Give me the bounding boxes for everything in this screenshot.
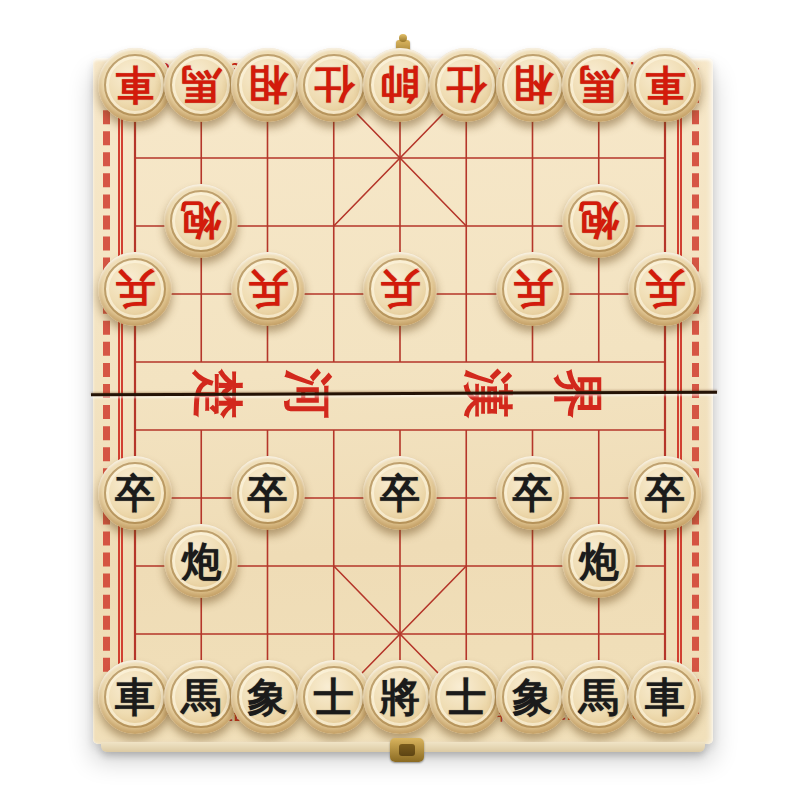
piece-character: 炮 xyxy=(579,201,619,241)
piece-character: 卒 xyxy=(248,473,288,513)
piece-character: 卒 xyxy=(380,473,420,513)
piece-character: 仕 xyxy=(446,65,486,105)
xiangqi-piece-red-r1c4[interactable]: 仕 xyxy=(297,48,371,122)
xiangqi-piece-red-r4c3[interactable]: 兵 xyxy=(231,252,305,326)
xiangqi-piece-black-r8c8[interactable]: 炮 xyxy=(562,524,636,598)
xiangqi-piece-red-r4c1[interactable]: 兵 xyxy=(98,252,172,326)
xiangqi-piece-black-r10c2[interactable]: 馬 xyxy=(164,660,238,734)
xiangqi-piece-red-r1c9[interactable]: 車 xyxy=(628,48,702,122)
piece-character: 兵 xyxy=(513,269,553,309)
xiangqi-piece-black-r10c8[interactable]: 馬 xyxy=(562,660,636,734)
piece-character: 兵 xyxy=(645,269,685,309)
piece-character: 帥 xyxy=(380,65,420,105)
piece-character: 卒 xyxy=(115,473,155,513)
xiangqi-piece-red-r1c6[interactable]: 仕 xyxy=(429,48,503,122)
piece-character: 仕 xyxy=(314,65,354,105)
xiangqi-piece-red-r1c3[interactable]: 相 xyxy=(231,48,305,122)
product-photo: 楚河 漢界 中国象棋 CHINESE CHESS SIZE 3.5cm SIZE… xyxy=(0,0,800,800)
piece-character: 卒 xyxy=(645,473,685,513)
piece-character: 卒 xyxy=(513,473,553,513)
piece-character: 將 xyxy=(380,677,420,717)
xiangqi-piece-black-r10c9[interactable]: 車 xyxy=(628,660,702,734)
xiangqi-piece-black-r8c2[interactable]: 炮 xyxy=(164,524,238,598)
piece-character: 馬 xyxy=(579,677,619,717)
piece-character: 車 xyxy=(645,677,685,717)
xiangqi-piece-black-r10c4[interactable]: 士 xyxy=(297,660,371,734)
xiangqi-piece-black-r10c7[interactable]: 象 xyxy=(496,660,570,734)
piece-character: 兵 xyxy=(380,269,420,309)
piece-character: 象 xyxy=(248,677,288,717)
xiangqi-piece-red-r4c5[interactable]: 兵 xyxy=(363,252,437,326)
xiangqi-piece-black-r7c9[interactable]: 卒 xyxy=(628,456,702,530)
xiangqi-piece-black-r7c1[interactable]: 卒 xyxy=(98,456,172,530)
piece-character: 士 xyxy=(446,677,486,717)
piece-character: 兵 xyxy=(248,269,288,309)
xiangqi-board: 楚河 漢界 中国象棋 CHINESE CHESS SIZE 3.5cm SIZE… xyxy=(93,58,713,744)
xiangqi-piece-red-r1c7[interactable]: 相 xyxy=(496,48,570,122)
piece-character: 兵 xyxy=(115,269,155,309)
piece-character: 士 xyxy=(314,677,354,717)
piece-character: 馬 xyxy=(181,677,221,717)
xiangqi-piece-red-r4c7[interactable]: 兵 xyxy=(496,252,570,326)
piece-character: 車 xyxy=(645,65,685,105)
xiangqi-piece-black-r10c3[interactable]: 象 xyxy=(231,660,305,734)
piece-character: 馬 xyxy=(579,65,619,105)
piece-character: 相 xyxy=(513,65,553,105)
hinge-clasp-bottom xyxy=(390,738,424,762)
xiangqi-piece-red-r1c1[interactable]: 車 xyxy=(98,48,172,122)
xiangqi-piece-red-r4c9[interactable]: 兵 xyxy=(628,252,702,326)
xiangqi-piece-black-r7c5[interactable]: 卒 xyxy=(363,456,437,530)
xiangqi-piece-red-r1c2[interactable]: 馬 xyxy=(164,48,238,122)
xiangqi-piece-black-r10c1[interactable]: 車 xyxy=(98,660,172,734)
board-grid xyxy=(93,58,713,744)
xiangqi-piece-red-r3c8[interactable]: 炮 xyxy=(562,184,636,258)
xiangqi-piece-black-r7c3[interactable]: 卒 xyxy=(231,456,305,530)
piece-character: 車 xyxy=(115,677,155,717)
piece-character: 炮 xyxy=(181,201,221,241)
xiangqi-piece-black-r10c6[interactable]: 士 xyxy=(429,660,503,734)
piece-character: 相 xyxy=(248,65,288,105)
xiangqi-piece-black-r10c5[interactable]: 將 xyxy=(363,660,437,734)
xiangqi-piece-black-r7c7[interactable]: 卒 xyxy=(496,456,570,530)
piece-character: 炮 xyxy=(181,541,221,581)
xiangqi-piece-red-r1c8[interactable]: 馬 xyxy=(562,48,636,122)
piece-character: 炮 xyxy=(579,541,619,581)
piece-character: 車 xyxy=(115,65,155,105)
xiangqi-piece-red-r3c2[interactable]: 炮 xyxy=(164,184,238,258)
piece-character: 馬 xyxy=(181,65,221,105)
piece-character: 象 xyxy=(513,677,553,717)
xiangqi-piece-red-r1c5[interactable]: 帥 xyxy=(363,48,437,122)
